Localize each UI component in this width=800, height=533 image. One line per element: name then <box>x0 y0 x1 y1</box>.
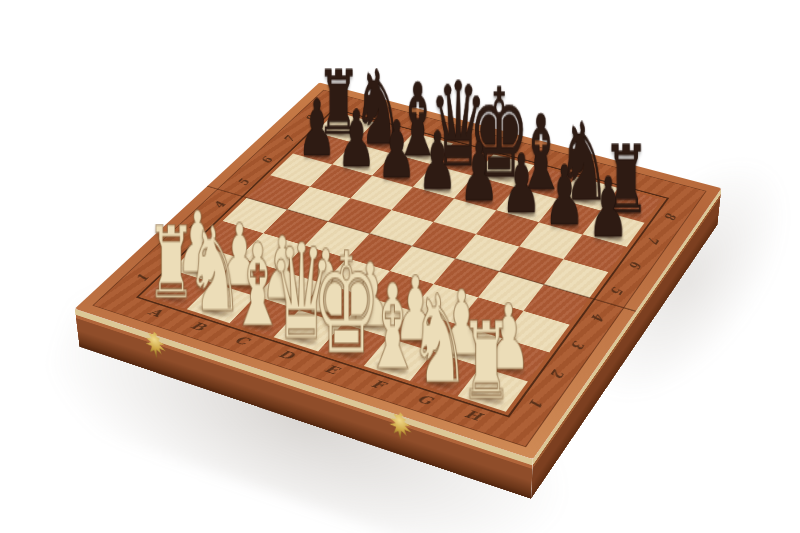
rank-label-left-7: 7 <box>281 135 298 143</box>
brass-latch-left-icon <box>143 328 169 362</box>
chess-board: ♜♞♝♛♚♝♞♜♟♟♟♟♟♟♟♟♟♟♟♟♟♟♟♟♜♞♝♛♚♝♞♜ ABCDEFG… <box>75 82 722 459</box>
rank-label-right-2: 2 <box>547 367 567 378</box>
file-label-b: B <box>188 320 208 332</box>
piece-black-pawn[interactable]: ♟ <box>377 118 416 182</box>
piece-black-pawn[interactable]: ♟ <box>459 140 499 205</box>
piece-white-rook[interactable]: ♜ <box>460 319 512 404</box>
file-label-c: C <box>232 334 251 346</box>
brass-latch-right-icon <box>388 408 414 444</box>
rank-label-right-1: 1 <box>525 397 545 408</box>
file-label-f: F <box>369 378 387 391</box>
product-photo: ♜♞♝♛♚♝♞♜♟♟♟♟♟♟♟♟♟♟♟♟♟♟♟♟♜♞♝♛♚♝♞♜ ABCDEFG… <box>0 0 800 533</box>
rank-label-right-5: 5 <box>607 285 625 295</box>
piece-black-pawn[interactable]: ♟ <box>501 152 541 217</box>
piece-black-pawn[interactable]: ♟ <box>544 163 585 229</box>
rank-label-left-5: 5 <box>235 178 252 186</box>
file-label-e: E <box>322 363 341 376</box>
rank-label-right-4: 4 <box>588 311 607 321</box>
piece-black-pawn[interactable]: ♟ <box>337 108 376 171</box>
file-label-d: D <box>276 349 296 362</box>
piece-black-pawn[interactable]: ♟ <box>418 129 457 193</box>
file-label-g: G <box>415 393 435 407</box>
rank-label-left-6: 6 <box>258 156 275 164</box>
rank-label-right-6: 6 <box>626 259 644 268</box>
rank-label-right-8: 8 <box>661 211 678 220</box>
rank-label-right-7: 7 <box>644 235 662 244</box>
file-label-h: H <box>462 408 484 422</box>
board-frame: ♜♞♝♛♚♝♞♜♟♟♟♟♟♟♟♟♟♟♟♟♟♟♟♟♜♞♝♛♚♝♞♜ ABCDEFG… <box>92 90 706 447</box>
piece-black-pawn[interactable]: ♟ <box>298 97 336 160</box>
rank-label-right-3: 3 <box>568 339 587 350</box>
piece-black-pawn[interactable]: ♟ <box>588 175 629 241</box>
scene: ♜♞♝♛♚♝♞♜♟♟♟♟♟♟♟♟♟♟♟♟♟♟♟♟♜♞♝♛♚♝♞♜ ABCDEFG… <box>0 0 800 533</box>
file-label-a: A <box>146 307 165 319</box>
